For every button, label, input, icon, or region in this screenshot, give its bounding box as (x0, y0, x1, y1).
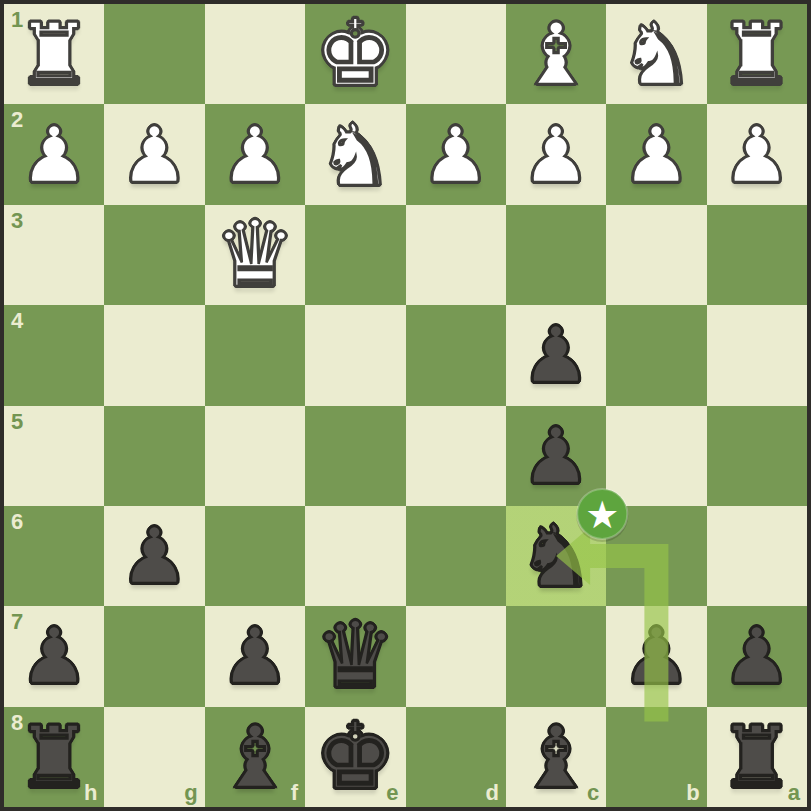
square-h7[interactable]: 7♟ (4, 606, 104, 706)
chess-board: ★ 1♜♚♝♞♜2♟♟♟♞♟♟♟♟3♛4♟5♟6♟♞7♟♟♛♟♟8h♜gf♝e♚… (0, 0, 811, 811)
square-h3[interactable]: 3 (4, 205, 104, 305)
white-queen-f3[interactable]: ♛ (214, 209, 296, 301)
square-a3[interactable] (707, 205, 807, 305)
black-rook-a8[interactable]: ♜ (718, 714, 795, 800)
square-b2[interactable]: ♟ (606, 104, 706, 204)
square-g7[interactable] (104, 606, 204, 706)
square-d6[interactable] (406, 506, 506, 606)
square-b8[interactable]: b (606, 707, 706, 807)
square-f2[interactable]: ♟ (205, 104, 305, 204)
black-knight-c6[interactable]: ♞ (518, 513, 595, 599)
square-h2[interactable]: 2♟ (4, 104, 104, 204)
square-c4[interactable]: ♟ (506, 305, 606, 405)
square-d2[interactable]: ♟ (406, 104, 506, 204)
white-pawn-c2[interactable]: ♟ (521, 116, 591, 194)
white-rook-a1[interactable]: ♜ (718, 11, 795, 97)
rank-label-4: 4 (11, 310, 23, 332)
black-queen-e7[interactable]: ♛ (314, 610, 396, 702)
square-b5[interactable] (606, 406, 706, 506)
square-e2[interactable]: ♞ (305, 104, 405, 204)
white-pawn-a2[interactable]: ♟ (722, 116, 792, 194)
white-pawn-g2[interactable]: ♟ (120, 116, 190, 194)
square-g2[interactable]: ♟ (104, 104, 204, 204)
square-d8[interactable]: d (406, 707, 506, 807)
square-h6[interactable]: 6 (4, 506, 104, 606)
file-label-g: g (184, 782, 197, 804)
square-d3[interactable] (406, 205, 506, 305)
square-a6[interactable] (707, 506, 807, 606)
white-bishop-c1[interactable]: ♝ (518, 11, 595, 97)
rank-label-3: 3 (11, 210, 23, 232)
square-a2[interactable]: ♟ (707, 104, 807, 204)
rank-label-6: 6 (11, 511, 23, 533)
square-e1[interactable]: ♚ (305, 4, 405, 104)
white-rook-h1[interactable]: ♜ (16, 11, 93, 97)
black-pawn-b7[interactable]: ♟ (621, 617, 691, 695)
white-pawn-h2[interactable]: ♟ (19, 116, 89, 194)
square-b3[interactable] (606, 205, 706, 305)
black-pawn-h7[interactable]: ♟ (19, 617, 89, 695)
square-e7[interactable]: ♛ (305, 606, 405, 706)
square-d4[interactable] (406, 305, 506, 405)
square-c5[interactable]: ♟ (506, 406, 606, 506)
black-pawn-c5[interactable]: ♟ (521, 417, 591, 495)
square-g1[interactable] (104, 4, 204, 104)
square-f7[interactable]: ♟ (205, 606, 305, 706)
white-knight-e2[interactable]: ♞ (317, 112, 394, 198)
rank-label-5: 5 (11, 411, 23, 433)
black-king-e8[interactable]: ♚ (314, 711, 396, 803)
white-pawn-b2[interactable]: ♟ (621, 116, 691, 194)
square-b7[interactable]: ♟ (606, 606, 706, 706)
black-pawn-f7[interactable]: ♟ (220, 617, 290, 695)
white-knight-b1[interactable]: ♞ (618, 11, 695, 97)
black-rook-h8[interactable]: ♜ (16, 714, 93, 800)
square-c8[interactable]: c♝ (506, 707, 606, 807)
black-bishop-c8[interactable]: ♝ (518, 714, 595, 800)
square-c3[interactable] (506, 205, 606, 305)
square-b1[interactable]: ♞ (606, 4, 706, 104)
square-e5[interactable] (305, 406, 405, 506)
black-bishop-f8[interactable]: ♝ (216, 714, 293, 800)
square-g8[interactable]: g (104, 707, 204, 807)
square-c2[interactable]: ♟ (506, 104, 606, 204)
square-e3[interactable] (305, 205, 405, 305)
square-d1[interactable] (406, 4, 506, 104)
square-g4[interactable] (104, 305, 204, 405)
black-pawn-a7[interactable]: ♟ (722, 617, 792, 695)
white-pawn-f2[interactable]: ♟ (220, 116, 290, 194)
square-f1[interactable] (205, 4, 305, 104)
square-d7[interactable] (406, 606, 506, 706)
square-a4[interactable] (707, 305, 807, 405)
square-f6[interactable] (205, 506, 305, 606)
square-f8[interactable]: f♝ (205, 707, 305, 807)
square-g5[interactable] (104, 406, 204, 506)
square-b4[interactable] (606, 305, 706, 405)
file-label-d: d (485, 782, 498, 804)
square-a7[interactable]: ♟ (707, 606, 807, 706)
square-e4[interactable] (305, 305, 405, 405)
square-a5[interactable] (707, 406, 807, 506)
square-d5[interactable] (406, 406, 506, 506)
square-b6[interactable] (606, 506, 706, 606)
square-f3[interactable]: ♛ (205, 205, 305, 305)
square-c6[interactable]: ♞ (506, 506, 606, 606)
black-pawn-g6[interactable]: ♟ (120, 517, 190, 595)
square-h8[interactable]: 8h♜ (4, 707, 104, 807)
square-e6[interactable] (305, 506, 405, 606)
square-g6[interactable]: ♟ (104, 506, 204, 606)
white-pawn-d2[interactable]: ♟ (421, 116, 491, 194)
square-f5[interactable] (205, 406, 305, 506)
square-a1[interactable]: ♜ (707, 4, 807, 104)
file-label-b: b (686, 782, 699, 804)
square-f4[interactable] (205, 305, 305, 405)
square-e8[interactable]: e♚ (305, 707, 405, 807)
square-h4[interactable]: 4 (4, 305, 104, 405)
square-g3[interactable] (104, 205, 204, 305)
black-pawn-c4[interactable]: ♟ (521, 316, 591, 394)
square-c7[interactable] (506, 606, 606, 706)
square-h5[interactable]: 5 (4, 406, 104, 506)
square-c1[interactable]: ♝ (506, 4, 606, 104)
white-king-e1[interactable]: ♚ (314, 8, 396, 100)
square-h1[interactable]: 1♜ (4, 4, 104, 104)
square-a8[interactable]: a♜ (707, 707, 807, 807)
